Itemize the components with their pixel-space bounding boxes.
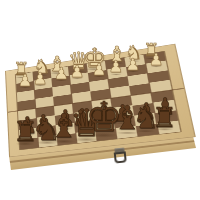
clasp-hook-icon <box>114 151 127 163</box>
chess-piece-light-pawn[interactable]: ♟ <box>70 63 85 79</box>
chess-piece-light-pawn[interactable]: ♟ <box>33 70 48 86</box>
chess-piece-light-pawn[interactable]: ♟ <box>92 61 107 77</box>
product-photo: ♜♞♝♛♚♝♞♜♟♟♟♟♟♟♟♟♟♟♟♟♟♟♟♟♜♞♝♛♚♝♞♜ <box>0 0 200 200</box>
box-clasp <box>111 147 128 163</box>
chess-piece-dark-rook[interactable]: ♜ <box>152 103 177 131</box>
chess-piece-light-pawn[interactable]: ♟ <box>149 51 164 67</box>
chess-piece-light-pawn[interactable]: ♟ <box>126 56 141 72</box>
chess-piece-light-pawn[interactable]: ♟ <box>18 72 33 88</box>
chess-piece-light-pawn[interactable]: ♟ <box>108 59 123 75</box>
chess-piece-light-pawn[interactable]: ♟ <box>54 65 69 81</box>
